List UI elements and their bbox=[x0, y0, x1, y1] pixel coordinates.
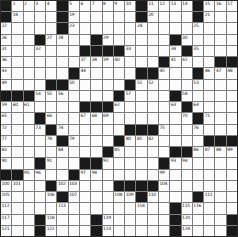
cell-r12c1[interactable] bbox=[12, 136, 22, 146]
cell-r3c10[interactable] bbox=[114, 35, 124, 45]
cell-r12c13[interactable]: 82 bbox=[148, 136, 158, 146]
cell-r10c9[interactable]: 69 bbox=[103, 113, 113, 123]
cell-r20c19[interactable] bbox=[215, 226, 225, 236]
cell-r14c17[interactable] bbox=[193, 158, 203, 168]
cell-r6c9[interactable] bbox=[103, 68, 113, 78]
cell-r12c6[interactable]: 79 bbox=[69, 136, 79, 146]
cell-r12c2[interactable] bbox=[24, 136, 34, 146]
cell-r15c15[interactable] bbox=[170, 170, 180, 180]
cell-r0c13[interactable]: 11 bbox=[148, 1, 158, 11]
cell-r10c20[interactable] bbox=[227, 113, 237, 123]
cell-r15c4[interactable] bbox=[46, 170, 56, 180]
cell-r0c6[interactable]: 5 bbox=[69, 1, 79, 11]
cell-r2c9[interactable] bbox=[103, 23, 113, 33]
cell-r5c3[interactable] bbox=[35, 57, 45, 67]
cell-r9c11[interactable] bbox=[125, 102, 135, 112]
cell-r6c20[interactable]: 48 bbox=[227, 68, 237, 78]
cell-r10c5[interactable] bbox=[57, 113, 67, 123]
cell-r2c1[interactable] bbox=[12, 23, 22, 33]
cell-r17c11[interactable]: 109 bbox=[125, 192, 135, 202]
cell-r4c19[interactable] bbox=[215, 46, 225, 56]
cell-r8c9[interactable] bbox=[103, 91, 113, 101]
cell-r6c8[interactable] bbox=[91, 68, 101, 78]
cell-r5c2[interactable] bbox=[24, 57, 34, 67]
cell-r14c10[interactable] bbox=[114, 158, 124, 168]
cell-r16c5[interactable]: 102 bbox=[57, 181, 67, 191]
cell-r0c20[interactable]: 17 bbox=[227, 1, 237, 11]
cell-r7c15[interactable] bbox=[170, 80, 180, 90]
cell-r13c2[interactable] bbox=[24, 147, 34, 157]
cell-r7c17[interactable]: 53 bbox=[193, 80, 203, 90]
cell-r8c5[interactable]: 56 bbox=[57, 91, 67, 101]
cell-r15c7[interactable]: 97 bbox=[80, 170, 90, 180]
cell-r18c14[interactable] bbox=[159, 203, 169, 213]
cell-r14c11[interactable] bbox=[125, 158, 135, 168]
cell-r7c14[interactable] bbox=[159, 80, 169, 90]
cell-r11c10[interactable] bbox=[114, 125, 124, 135]
cell-r13c7[interactable] bbox=[80, 147, 90, 157]
cell-r1c20[interactable] bbox=[227, 12, 237, 22]
cell-r20c6[interactable] bbox=[69, 226, 79, 236]
cell-r10c19[interactable] bbox=[215, 113, 225, 123]
cell-r13c19[interactable]: 88 bbox=[215, 147, 225, 157]
cell-r4c6[interactable] bbox=[69, 46, 79, 56]
cell-r3c13[interactable] bbox=[148, 35, 158, 45]
cell-r17c18[interactable]: 111 bbox=[204, 192, 214, 202]
cell-r18c5[interactable]: 113 bbox=[57, 203, 67, 213]
cell-r14c15[interactable]: 93 bbox=[170, 158, 180, 168]
cell-r20c10[interactable] bbox=[114, 226, 124, 236]
cell-r12c11[interactable]: 80 bbox=[125, 136, 135, 146]
cell-r14c0[interactable]: 90 bbox=[1, 158, 11, 168]
cell-r16c6[interactable]: 103 bbox=[69, 181, 79, 191]
cell-r1c11[interactable] bbox=[125, 12, 135, 22]
cell-r19c10[interactable] bbox=[114, 215, 124, 225]
cell-r7c6[interactable]: 50 bbox=[69, 80, 79, 90]
cell-r9c1[interactable]: 60 bbox=[12, 102, 22, 112]
cell-r10c2[interactable] bbox=[24, 113, 34, 123]
cell-r11c15[interactable] bbox=[170, 125, 180, 135]
cell-r18c16[interactable]: 115 bbox=[182, 203, 192, 213]
cell-r13c4[interactable] bbox=[46, 147, 56, 157]
cell-r11c2[interactable] bbox=[24, 125, 34, 135]
cell-r16c20[interactable] bbox=[227, 181, 237, 191]
cell-r6c1[interactable] bbox=[12, 68, 22, 78]
cell-r19c19[interactable] bbox=[215, 215, 225, 225]
cell-r7c10[interactable] bbox=[114, 80, 124, 90]
cell-r10c8[interactable]: 68 bbox=[91, 113, 101, 123]
cell-r3c18[interactable] bbox=[204, 35, 214, 45]
cell-r3c0[interactable]: 26 bbox=[1, 35, 11, 45]
cell-r19c1[interactable] bbox=[12, 215, 22, 225]
cell-r16c15[interactable] bbox=[170, 181, 180, 191]
cell-r1c8[interactable] bbox=[91, 12, 101, 22]
cell-r14c16[interactable]: 94 bbox=[182, 158, 192, 168]
cell-r0c14[interactable]: 12 bbox=[159, 1, 169, 11]
cell-r11c17[interactable]: 76 bbox=[193, 125, 203, 135]
cell-r19c14[interactable] bbox=[159, 215, 169, 225]
cell-r9c14[interactable] bbox=[159, 102, 169, 112]
cell-r15c12[interactable] bbox=[136, 170, 146, 180]
cell-r19c11[interactable] bbox=[125, 215, 135, 225]
cell-r17c15[interactable] bbox=[170, 192, 180, 202]
cell-r20c1[interactable] bbox=[12, 226, 22, 236]
cell-r15c5[interactable] bbox=[57, 170, 67, 180]
cell-r14c4[interactable]: 91 bbox=[46, 158, 56, 168]
cell-r20c5[interactable] bbox=[57, 226, 67, 236]
cell-r2c17[interactable]: 25 bbox=[193, 23, 203, 33]
cell-r2c8[interactable] bbox=[91, 23, 101, 33]
cell-r14c5[interactable] bbox=[57, 158, 67, 168]
cell-r2c10[interactable] bbox=[114, 23, 124, 33]
cell-r15c19[interactable] bbox=[215, 170, 225, 180]
cell-r18c0[interactable]: 112 bbox=[1, 203, 11, 213]
cell-r10c4[interactable]: 66 bbox=[46, 113, 56, 123]
cell-r16c9[interactable] bbox=[103, 181, 113, 191]
cell-r1c9[interactable] bbox=[103, 12, 113, 22]
cell-r17c14[interactable] bbox=[159, 192, 169, 202]
cell-r0c1[interactable]: 1 bbox=[12, 1, 22, 11]
cell-r17c8[interactable] bbox=[91, 192, 101, 202]
cell-r11c6[interactable] bbox=[69, 125, 79, 135]
cell-r14c18[interactable] bbox=[204, 158, 214, 168]
cell-r5c12[interactable] bbox=[136, 57, 146, 67]
cell-r14c1[interactable] bbox=[12, 158, 22, 168]
cell-r2c13[interactable] bbox=[148, 23, 158, 33]
cell-r16c3[interactable] bbox=[35, 181, 45, 191]
cell-r17c7[interactable] bbox=[80, 192, 90, 202]
cell-r11c0[interactable]: 72 bbox=[1, 125, 11, 135]
cell-r19c9[interactable]: 119 bbox=[103, 215, 113, 225]
cell-r6c3[interactable] bbox=[35, 68, 45, 78]
cell-r11c8[interactable] bbox=[91, 125, 101, 135]
cell-r10c15[interactable] bbox=[170, 113, 180, 123]
cell-r20c4[interactable]: 122 bbox=[46, 226, 56, 236]
cell-r6c4[interactable] bbox=[46, 68, 56, 78]
cell-r16c0[interactable]: 100 bbox=[1, 181, 11, 191]
cell-r20c14[interactable] bbox=[159, 226, 169, 236]
cell-r12c3[interactable] bbox=[35, 136, 45, 146]
cell-r9c5[interactable] bbox=[57, 102, 67, 112]
cell-r16c7[interactable] bbox=[80, 181, 90, 191]
cell-r17c0[interactable]: 105 bbox=[1, 192, 11, 202]
cell-r15c20[interactable] bbox=[227, 170, 237, 180]
cell-r5c16[interactable]: 42 bbox=[182, 57, 192, 67]
cell-r0c11[interactable]: 10 bbox=[125, 1, 135, 11]
cell-r1c14[interactable] bbox=[159, 12, 169, 22]
cell-r11c1[interactable] bbox=[12, 125, 22, 135]
cell-r19c4[interactable]: 118 bbox=[46, 215, 56, 225]
cell-r0c10[interactable]: 9 bbox=[114, 1, 124, 11]
cell-r14c2[interactable] bbox=[24, 158, 34, 168]
cell-r14c13[interactable] bbox=[148, 158, 158, 168]
cell-r1c2[interactable] bbox=[24, 12, 34, 22]
cell-r19c16[interactable]: 120 bbox=[182, 215, 192, 225]
cell-r0c4[interactable]: 4 bbox=[46, 1, 56, 11]
cell-r1c16[interactable] bbox=[182, 12, 192, 22]
cell-r7c13[interactable]: 52 bbox=[148, 80, 158, 90]
cell-r18c18[interactable] bbox=[204, 203, 214, 213]
cell-r3c1[interactable] bbox=[12, 35, 22, 45]
cell-r7c8[interactable] bbox=[91, 80, 101, 90]
cell-r1c18[interactable]: 21 bbox=[204, 12, 214, 22]
cell-r3c17[interactable] bbox=[193, 35, 203, 45]
cell-r18c17[interactable]: 116 bbox=[193, 203, 203, 213]
cell-r3c12[interactable] bbox=[136, 35, 146, 45]
cell-r4c3[interactable]: 32 bbox=[35, 46, 45, 56]
cell-r16c19[interactable] bbox=[215, 181, 225, 191]
cell-r13c10[interactable]: 85 bbox=[114, 147, 124, 157]
cell-r13c1[interactable] bbox=[12, 147, 22, 157]
cell-r8c7[interactable] bbox=[80, 91, 90, 101]
cell-r2c3[interactable] bbox=[35, 23, 45, 33]
cell-r9c13[interactable] bbox=[148, 102, 158, 112]
cell-r8c20[interactable] bbox=[227, 91, 237, 101]
cell-r2c18[interactable] bbox=[204, 23, 214, 33]
cell-r17c4[interactable]: 106 bbox=[46, 192, 56, 202]
cell-r5c5[interactable] bbox=[57, 57, 67, 67]
cell-r2c20[interactable] bbox=[227, 23, 237, 33]
cell-r5c15[interactable]: 41 bbox=[170, 57, 180, 67]
cell-r7c19[interactable] bbox=[215, 80, 225, 90]
cell-r4c15[interactable]: 34 bbox=[170, 46, 180, 56]
cell-r13c8[interactable] bbox=[91, 147, 101, 157]
cell-r11c3[interactable]: 73 bbox=[35, 125, 45, 135]
cell-r15c9[interactable] bbox=[103, 170, 113, 180]
cell-r4c13[interactable] bbox=[148, 46, 158, 56]
cell-r5c1[interactable] bbox=[12, 57, 22, 67]
cell-r18c1[interactable] bbox=[12, 203, 22, 213]
cell-r13c3[interactable] bbox=[35, 147, 45, 157]
cell-r11c16[interactable] bbox=[182, 125, 192, 135]
cell-r8c11[interactable]: 57 bbox=[125, 91, 135, 101]
cell-r2c4[interactable] bbox=[46, 23, 56, 33]
cell-r16c17[interactable] bbox=[193, 181, 203, 191]
cell-r4c17[interactable]: 35 bbox=[193, 46, 203, 56]
cell-r5c18[interactable] bbox=[204, 57, 214, 67]
cell-r7c1[interactable] bbox=[12, 80, 22, 90]
cell-r7c16[interactable] bbox=[182, 80, 192, 90]
cell-r16c1[interactable]: 101 bbox=[12, 181, 22, 191]
cell-r9c2[interactable]: 61 bbox=[24, 102, 34, 112]
cell-r6c2[interactable] bbox=[24, 68, 34, 78]
cell-r12c8[interactable] bbox=[91, 136, 101, 146]
cell-r13c11[interactable] bbox=[125, 147, 135, 157]
cell-r15c2[interactable]: 95 bbox=[24, 170, 34, 180]
cell-r11c5[interactable]: 74 bbox=[57, 125, 67, 135]
cell-r11c14[interactable]: 75 bbox=[159, 125, 169, 135]
cell-r13c12[interactable] bbox=[136, 147, 146, 157]
cell-r11c7[interactable] bbox=[80, 125, 90, 135]
cell-r11c18[interactable] bbox=[204, 125, 214, 135]
cell-r12c9[interactable] bbox=[103, 136, 113, 146]
cell-r18c9[interactable] bbox=[103, 203, 113, 213]
cell-r17c3[interactable] bbox=[35, 192, 45, 202]
cell-r15c17[interactable] bbox=[193, 170, 203, 180]
cell-r20c12[interactable] bbox=[136, 226, 146, 236]
cell-r4c11[interactable]: 33 bbox=[125, 46, 135, 56]
cell-r0c7[interactable]: 6 bbox=[80, 1, 90, 11]
cell-r0c3[interactable]: 3 bbox=[35, 1, 45, 11]
cell-r13c5[interactable]: 84 bbox=[57, 147, 67, 157]
cell-r3c16[interactable]: 30 bbox=[182, 35, 192, 45]
cell-r15c8[interactable]: 98 bbox=[91, 170, 101, 180]
cell-r0c2[interactable]: 2 bbox=[24, 1, 34, 11]
cell-r13c6[interactable] bbox=[69, 147, 79, 157]
cell-r17c2[interactable] bbox=[24, 192, 34, 202]
cell-r18c11[interactable] bbox=[125, 203, 135, 213]
cell-r8c18[interactable] bbox=[204, 91, 214, 101]
cell-r3c5[interactable]: 28 bbox=[57, 35, 67, 45]
cell-r3c14[interactable] bbox=[159, 35, 169, 45]
cell-r9c3[interactable] bbox=[35, 102, 45, 112]
cell-r5c0[interactable]: 36 bbox=[1, 57, 11, 67]
cell-r15c13[interactable] bbox=[148, 170, 158, 180]
cell-r3c20[interactable] bbox=[227, 35, 237, 45]
cell-r0c9[interactable]: 8 bbox=[103, 1, 113, 11]
cell-r17c16[interactable] bbox=[182, 192, 192, 202]
cell-r10c18[interactable]: 71 bbox=[204, 113, 214, 123]
cell-r18c7[interactable] bbox=[80, 203, 90, 213]
cell-r10c6[interactable] bbox=[69, 113, 79, 123]
cell-r17c20[interactable] bbox=[227, 192, 237, 202]
cell-r4c20[interactable] bbox=[227, 46, 237, 56]
cell-r3c6[interactable] bbox=[69, 35, 79, 45]
cell-r7c3[interactable] bbox=[35, 80, 45, 90]
cell-r9c0[interactable]: 59 bbox=[1, 102, 11, 112]
cell-r2c12[interactable]: 24 bbox=[136, 23, 146, 33]
cell-r4c2[interactable] bbox=[24, 46, 34, 56]
cell-r3c4[interactable]: 27 bbox=[46, 35, 56, 45]
cell-r11c20[interactable] bbox=[227, 125, 237, 135]
cell-r18c13[interactable] bbox=[148, 203, 158, 213]
cell-r2c7[interactable] bbox=[80, 23, 90, 33]
cell-r7c9[interactable] bbox=[103, 80, 113, 90]
cell-r14c19[interactable] bbox=[215, 158, 225, 168]
cell-r17c19[interactable] bbox=[215, 192, 225, 202]
cell-r7c2[interactable] bbox=[24, 80, 34, 90]
cell-r20c7[interactable] bbox=[80, 226, 90, 236]
cell-r4c0[interactable]: 31 bbox=[1, 46, 11, 56]
cell-r10c0[interactable]: 65 bbox=[1, 113, 11, 123]
cell-r1c7[interactable] bbox=[80, 12, 90, 22]
cell-r1c4[interactable] bbox=[46, 12, 56, 22]
cell-r13c18[interactable]: 87 bbox=[204, 147, 214, 157]
cell-r0c8[interactable]: 7 bbox=[91, 1, 101, 11]
cell-r14c20[interactable] bbox=[227, 158, 237, 168]
cell-r2c16[interactable] bbox=[182, 23, 192, 33]
cell-r18c19[interactable] bbox=[215, 203, 225, 213]
cell-r17c13[interactable]: 110 bbox=[148, 192, 158, 202]
cell-r10c16[interactable]: 70 bbox=[182, 113, 192, 123]
cell-r7c12[interactable]: 51 bbox=[136, 80, 146, 90]
cell-r8c12[interactable] bbox=[136, 91, 146, 101]
cell-r9c20[interactable] bbox=[227, 102, 237, 112]
cell-r6c11[interactable] bbox=[125, 68, 135, 78]
cell-r3c7[interactable] bbox=[80, 35, 90, 45]
cell-r1c6[interactable]: 19 bbox=[69, 12, 79, 22]
cell-r19c2[interactable] bbox=[24, 215, 34, 225]
cell-r12c14[interactable] bbox=[159, 136, 169, 146]
cell-r18c4[interactable] bbox=[46, 203, 56, 213]
cell-r3c2[interactable] bbox=[24, 35, 34, 45]
cell-r1c13[interactable]: 20 bbox=[148, 12, 158, 22]
cell-r16c16[interactable] bbox=[182, 181, 192, 191]
cell-r20c11[interactable] bbox=[125, 226, 135, 236]
cell-r16c18[interactable] bbox=[204, 181, 214, 191]
cell-r8c3[interactable]: 54 bbox=[35, 91, 45, 101]
cell-r12c4[interactable]: 78 bbox=[46, 136, 56, 146]
cell-r8c4[interactable]: 55 bbox=[46, 91, 56, 101]
cell-r4c5[interactable] bbox=[57, 46, 67, 56]
cell-r3c11[interactable] bbox=[125, 35, 135, 45]
cell-r18c2[interactable] bbox=[24, 203, 34, 213]
cell-r9c12[interactable] bbox=[136, 102, 146, 112]
cell-r2c15[interactable] bbox=[170, 23, 180, 33]
cell-r15c18[interactable] bbox=[204, 170, 214, 180]
cell-r6c14[interactable]: 45 bbox=[159, 68, 169, 78]
cell-r19c7[interactable] bbox=[80, 215, 90, 225]
cell-r16c2[interactable] bbox=[24, 181, 34, 191]
cell-r15c14[interactable]: 99 bbox=[159, 170, 169, 180]
cell-r0c19[interactable]: 16 bbox=[215, 1, 225, 11]
cell-r13c14[interactable] bbox=[159, 147, 169, 157]
cell-r1c19[interactable] bbox=[215, 12, 225, 22]
cell-r6c16[interactable] bbox=[182, 68, 192, 78]
cell-r12c15[interactable] bbox=[170, 136, 180, 146]
cell-r6c15[interactable] bbox=[170, 68, 180, 78]
cell-r6c10[interactable] bbox=[114, 68, 124, 78]
cell-r13c17[interactable]: 86 bbox=[193, 147, 203, 157]
cell-r2c19[interactable] bbox=[215, 23, 225, 33]
cell-r4c4[interactable] bbox=[46, 46, 56, 56]
cell-r9c10[interactable]: 62 bbox=[114, 102, 124, 112]
cell-r19c18[interactable] bbox=[204, 215, 214, 225]
cell-r8c17[interactable] bbox=[193, 91, 203, 101]
cell-r1c3[interactable] bbox=[35, 12, 45, 22]
cell-r9c18[interactable] bbox=[204, 102, 214, 112]
cell-r6c19[interactable]: 47 bbox=[215, 68, 225, 78]
cell-r16c8[interactable] bbox=[91, 181, 101, 191]
cell-r10c11[interactable] bbox=[125, 113, 135, 123]
cell-r14c12[interactable] bbox=[136, 158, 146, 168]
cell-r10c12[interactable] bbox=[136, 113, 146, 123]
cell-r12c7[interactable] bbox=[80, 136, 90, 146]
cell-r6c5[interactable] bbox=[57, 68, 67, 78]
cell-r15c3[interactable]: 96 bbox=[35, 170, 45, 180]
cell-r12c0[interactable]: 77 bbox=[1, 136, 11, 146]
cell-r8c6[interactable] bbox=[69, 91, 79, 101]
cell-r13c0[interactable]: 83 bbox=[1, 147, 11, 157]
cell-r15c16[interactable] bbox=[182, 170, 192, 180]
cell-r9c19[interactable] bbox=[215, 102, 225, 112]
cell-r1c1[interactable]: 18 bbox=[12, 12, 22, 22]
cell-r19c13[interactable] bbox=[148, 215, 158, 225]
cell-r6c0[interactable]: 43 bbox=[1, 68, 11, 78]
cell-r12c12[interactable]: 81 bbox=[136, 136, 146, 146]
cell-r5c8[interactable]: 38 bbox=[91, 57, 101, 67]
cell-r20c9[interactable]: 123 bbox=[103, 226, 113, 236]
cell-r13c13[interactable] bbox=[148, 147, 158, 157]
cell-r5c6[interactable] bbox=[69, 57, 79, 67]
cell-r14c9[interactable]: 92 bbox=[103, 158, 113, 168]
cell-r18c8[interactable] bbox=[91, 203, 101, 213]
cell-r7c0[interactable]: 49 bbox=[1, 80, 11, 90]
cell-r10c1[interactable] bbox=[12, 113, 22, 123]
cell-r9c4[interactable] bbox=[46, 102, 56, 112]
cell-r16c14[interactable]: 104 bbox=[159, 181, 169, 191]
cell-r18c12[interactable]: 114 bbox=[136, 203, 146, 213]
